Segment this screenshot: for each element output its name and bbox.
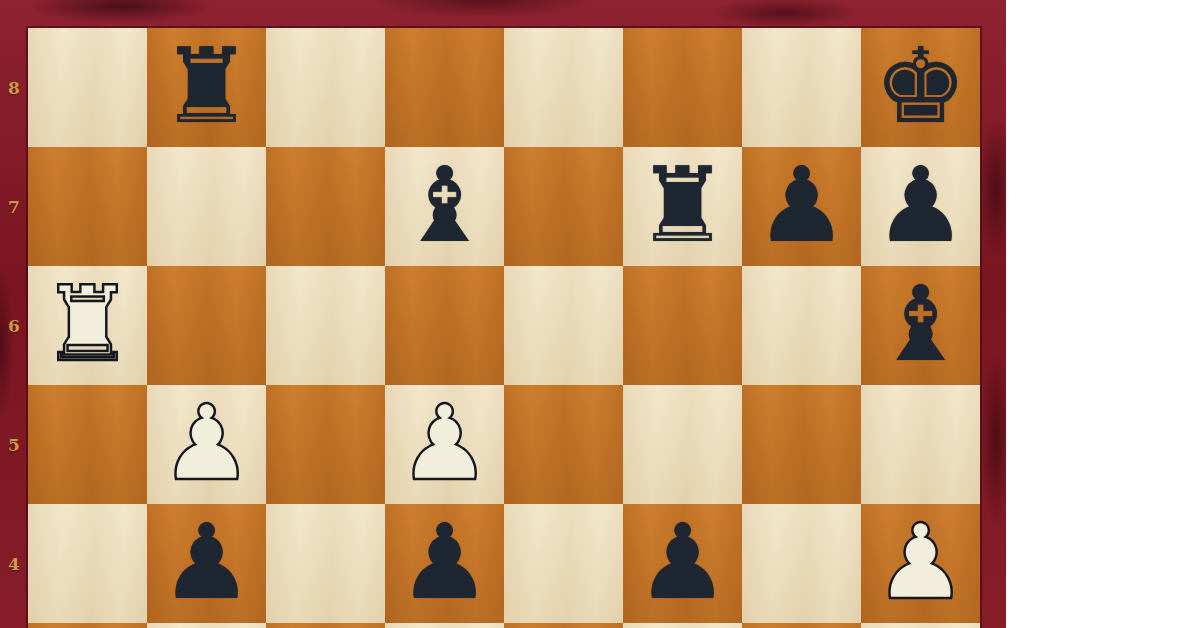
square-c8[interactable] xyxy=(266,28,385,147)
square-f7[interactable]: ♜ xyxy=(623,147,742,266)
square-c5[interactable] xyxy=(266,385,385,504)
square-g7[interactable]: ♟ xyxy=(742,147,861,266)
square-c3[interactable] xyxy=(266,623,385,628)
piece-black-pawn-h7[interactable]: ♟ xyxy=(874,153,967,257)
square-b5[interactable]: ♟ xyxy=(147,385,266,504)
chess-board: ♜♚♝♜♟♟♜♝♟♟♟♟♟♟ xyxy=(28,28,980,628)
rank-label-8: 8 xyxy=(0,28,28,147)
piece-black-rook-f7[interactable]: ♜ xyxy=(636,153,729,257)
square-h8[interactable]: ♚ xyxy=(861,28,980,147)
rank-label-6: 6 xyxy=(0,266,28,385)
piece-black-rook-b8[interactable]: ♜ xyxy=(160,34,253,138)
piece-black-pawn-d4[interactable]: ♟ xyxy=(398,510,491,614)
square-f6[interactable] xyxy=(623,266,742,385)
square-f5[interactable] xyxy=(623,385,742,504)
square-a5[interactable] xyxy=(28,385,147,504)
square-d4[interactable]: ♟ xyxy=(385,504,504,623)
square-d5[interactable]: ♟ xyxy=(385,385,504,504)
piece-white-pawn-d5[interactable]: ♟ xyxy=(398,391,491,495)
chess-board-frame: ♜♚♝♜♟♟♜♝♟♟♟♟♟♟ 87654 xyxy=(0,0,1006,628)
square-h6[interactable]: ♝ xyxy=(861,266,980,385)
rank-label-4: 4 xyxy=(0,504,28,623)
piece-black-pawn-g7[interactable]: ♟ xyxy=(755,153,848,257)
page: ♜♚♝♜♟♟♜♝♟♟♟♟♟♟ 87654 xyxy=(0,0,1200,628)
square-b3[interactable] xyxy=(147,623,266,628)
square-a6[interactable]: ♜ xyxy=(28,266,147,385)
square-b8[interactable]: ♜ xyxy=(147,28,266,147)
square-c6[interactable] xyxy=(266,266,385,385)
rank-label-7: 7 xyxy=(0,147,28,266)
square-g3[interactable] xyxy=(742,623,861,628)
square-a7[interactable] xyxy=(28,147,147,266)
square-e6[interactable] xyxy=(504,266,623,385)
square-f8[interactable] xyxy=(623,28,742,147)
square-g5[interactable] xyxy=(742,385,861,504)
square-e3[interactable] xyxy=(504,623,623,628)
rank-label-5: 5 xyxy=(0,385,28,504)
square-h7[interactable]: ♟ xyxy=(861,147,980,266)
piece-black-bishop-d7[interactable]: ♝ xyxy=(398,153,491,257)
square-e7[interactable] xyxy=(504,147,623,266)
square-b7[interactable] xyxy=(147,147,266,266)
piece-black-king-h8[interactable]: ♚ xyxy=(874,34,967,138)
square-b4[interactable]: ♟ xyxy=(147,504,266,623)
square-g4[interactable] xyxy=(742,504,861,623)
square-c4[interactable] xyxy=(266,504,385,623)
piece-white-pawn-b5[interactable]: ♟ xyxy=(160,391,253,495)
square-d3[interactable] xyxy=(385,623,504,628)
square-g6[interactable] xyxy=(742,266,861,385)
square-e4[interactable] xyxy=(504,504,623,623)
piece-black-pawn-b4[interactable]: ♟ xyxy=(160,510,253,614)
square-d6[interactable] xyxy=(385,266,504,385)
square-h5[interactable] xyxy=(861,385,980,504)
piece-black-pawn-f4[interactable]: ♟ xyxy=(636,510,729,614)
square-g8[interactable] xyxy=(742,28,861,147)
square-e8[interactable] xyxy=(504,28,623,147)
square-d8[interactable] xyxy=(385,28,504,147)
piece-black-bishop-h6[interactable]: ♝ xyxy=(874,272,967,376)
square-d7[interactable]: ♝ xyxy=(385,147,504,266)
square-f3[interactable] xyxy=(623,623,742,628)
piece-white-pawn-h4[interactable]: ♟ xyxy=(874,510,967,614)
square-f4[interactable]: ♟ xyxy=(623,504,742,623)
square-h4[interactable]: ♟ xyxy=(861,504,980,623)
square-a8[interactable] xyxy=(28,28,147,147)
square-b6[interactable] xyxy=(147,266,266,385)
piece-white-rook-a6[interactable]: ♜ xyxy=(41,272,134,376)
square-a4[interactable] xyxy=(28,504,147,623)
square-e5[interactable] xyxy=(504,385,623,504)
square-c7[interactable] xyxy=(266,147,385,266)
square-a3[interactable] xyxy=(28,623,147,628)
square-h3[interactable] xyxy=(861,623,980,628)
